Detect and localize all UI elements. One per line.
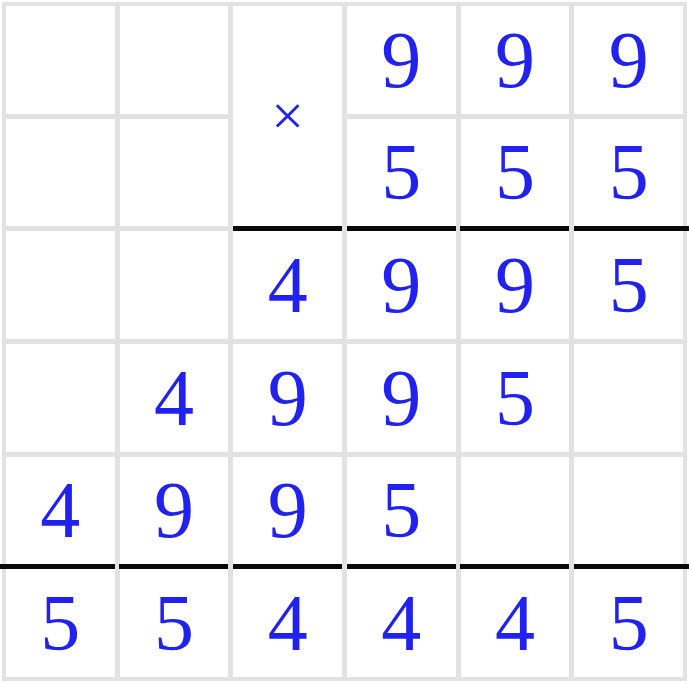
cell-r4c5: 5 [461, 344, 570, 452]
cell-r1c6: 9 [574, 6, 683, 114]
cell-r3c2 [120, 231, 229, 339]
answer-line-bottom-segment [233, 564, 342, 569]
answer-line-bottom-segment [460, 564, 569, 569]
cell-r5c3: 9 [233, 457, 342, 565]
cell-r3c3: 4 [233, 231, 342, 339]
cell-r6c5: 4 [461, 569, 570, 677]
answer-line-bottom-segment [119, 564, 228, 569]
cell-r6c3: 4 [233, 569, 342, 677]
cell-r1c4: 9 [347, 6, 456, 114]
cell-r6c2: 5 [120, 569, 229, 677]
cell-r2c4: 5 [347, 119, 456, 227]
answer-line-bottom-segment [574, 564, 689, 569]
cell-r4c6 [574, 344, 683, 452]
cell-r6c1: 5 [6, 569, 115, 677]
operator-cell: × [233, 6, 342, 226]
worksheet-grid: ×999555499549954995554445 [2, 2, 687, 681]
cell-r6c6: 5 [574, 569, 683, 677]
answer-line-bottom-segment [347, 564, 456, 569]
cell-r5c5 [461, 457, 570, 565]
cell-r2c1 [6, 119, 115, 227]
cell-r1c1 [6, 6, 115, 114]
cell-r3c5: 9 [461, 231, 570, 339]
answer-line-top-segment [233, 226, 342, 231]
answer-line-top-segment [347, 226, 456, 231]
cell-r4c2: 4 [120, 344, 229, 452]
cell-r3c6: 5 [574, 231, 683, 339]
answer-line-top-segment [460, 226, 569, 231]
cell-r5c6 [574, 457, 683, 565]
cell-r4c3: 9 [233, 344, 342, 452]
cell-r2c2 [120, 119, 229, 227]
cell-r1c2 [120, 6, 229, 114]
cell-r4c1 [6, 344, 115, 452]
cell-r3c1 [6, 231, 115, 339]
answer-line-bottom-segment [0, 564, 115, 569]
multiplication-worksheet: ×999555499549954995554445 [0, 0, 689, 683]
cell-r4c4: 9 [347, 344, 456, 452]
cell-r5c2: 9 [120, 457, 229, 565]
answer-line-top-segment [574, 226, 689, 231]
cell-r2c5: 5 [461, 119, 570, 227]
cell-r3c4: 9 [347, 231, 456, 339]
cell-r6c4: 4 [347, 569, 456, 677]
cell-r2c6: 5 [574, 119, 683, 227]
cell-r5c1: 4 [6, 457, 115, 565]
cell-r1c5: 9 [461, 6, 570, 114]
cell-r5c4: 5 [347, 457, 456, 565]
